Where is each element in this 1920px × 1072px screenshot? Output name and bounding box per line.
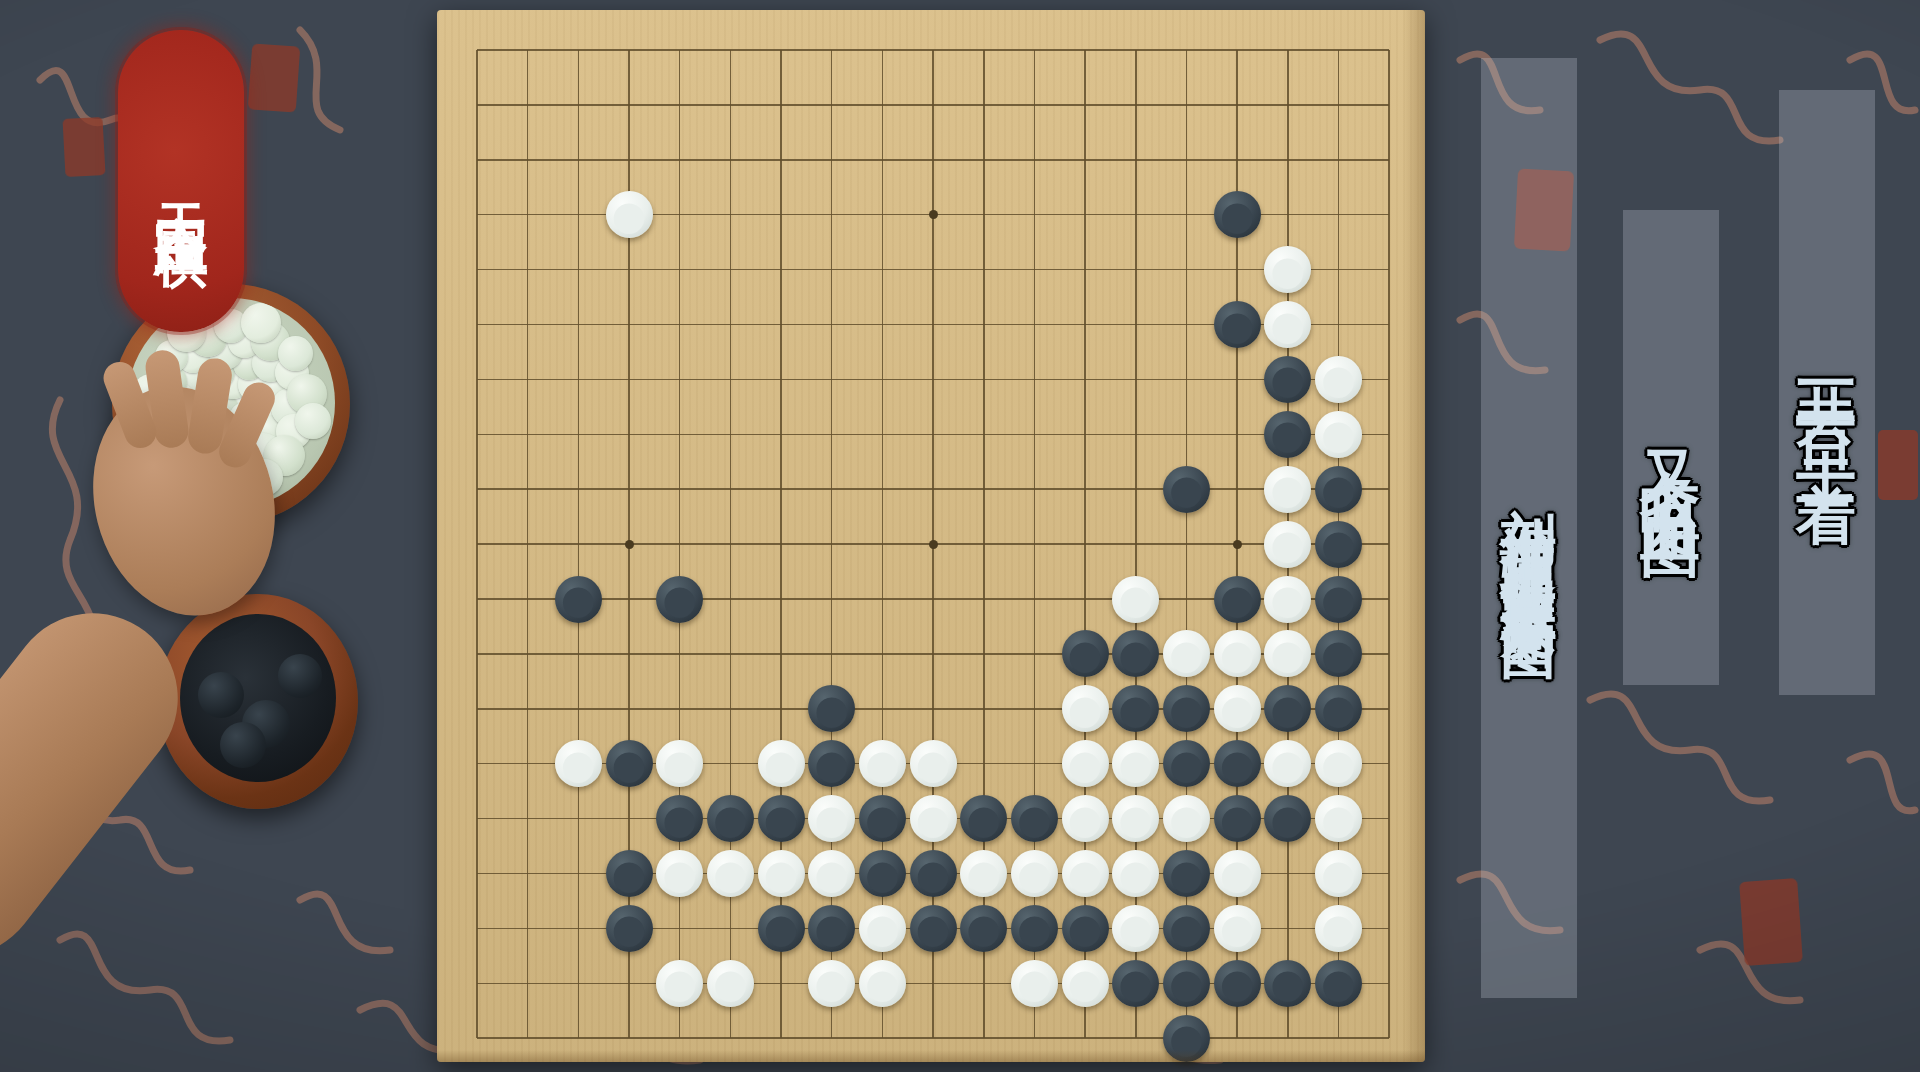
black-bowl-interior — [180, 614, 336, 782]
white-stone: ● — [1264, 576, 1311, 623]
black-stone: ● — [606, 740, 653, 787]
board-grid: ●●●●●●●●●●●●●●●●●●●●●●●●●●●●●●●●●●●●●●●●… — [437, 10, 1425, 1062]
white-stone: ● — [656, 960, 703, 1007]
white-stone: ● — [1112, 850, 1159, 897]
white-stone: ● — [1062, 740, 1109, 787]
bowl-white-stone — [278, 336, 313, 371]
black-stone: ● — [1163, 685, 1210, 732]
white-stone: ● — [1214, 905, 1261, 952]
black-stone: ● — [1163, 740, 1210, 787]
star-point — [625, 540, 634, 549]
white-stone: ● — [808, 960, 855, 1007]
bowl-white-stone — [241, 303, 281, 343]
black-stone: ● — [1315, 466, 1362, 513]
white-stone: ● — [1315, 411, 1362, 458]
black-stone: ● — [555, 576, 602, 623]
white-stone: ● — [1011, 850, 1058, 897]
white-stone: ● — [960, 850, 1007, 897]
black-stone: ● — [1011, 795, 1058, 842]
white-stone: ● — [1264, 521, 1311, 568]
white-stone: ● — [656, 740, 703, 787]
white-stone: ● — [1112, 576, 1159, 623]
white-stone: ● — [1264, 301, 1311, 348]
white-stone: ● — [1163, 630, 1210, 677]
black-stone: ● — [1315, 521, 1362, 568]
white-stone: ● — [707, 850, 754, 897]
black-stone: ● — [758, 905, 805, 952]
white-stone: ● — [1011, 960, 1058, 1007]
white-stone: ● — [1062, 850, 1109, 897]
white-stone: ● — [1315, 356, 1362, 403]
black-stone: ● — [1315, 685, 1362, 732]
black-stone: ● — [808, 905, 855, 952]
black-stone: ● — [1214, 795, 1261, 842]
white-stone: ● — [606, 191, 653, 238]
black-stone: ● — [910, 905, 957, 952]
black-stone: ● — [606, 850, 653, 897]
white-stone: ● — [1264, 246, 1311, 293]
white-stone: ● — [1264, 466, 1311, 513]
black-stone: ● — [656, 795, 703, 842]
white-stone: ● — [859, 740, 906, 787]
black-stone: ● — [1264, 960, 1311, 1007]
caption-bar-move-count: 共一百一十二着 — [1779, 90, 1875, 695]
black-stone: ● — [1163, 1015, 1210, 1062]
white-stone: ● — [859, 960, 906, 1007]
white-stone: ● — [1214, 630, 1261, 677]
white-stone: ● — [859, 905, 906, 952]
white-stone: ● — [1163, 795, 1210, 842]
white-stone: ● — [1214, 850, 1261, 897]
black-stone: ● — [1315, 630, 1362, 677]
brand-seal-text: 天宝围棋 — [154, 161, 208, 201]
star-point — [929, 540, 938, 549]
star-point — [1233, 540, 1242, 549]
white-stone: ● — [910, 795, 957, 842]
black-stone: ● — [1163, 960, 1210, 1007]
black-stone: ● — [859, 795, 906, 842]
white-stone: ● — [1112, 795, 1159, 842]
caption-alt-title: 又名呕血图 — [1641, 403, 1701, 493]
white-stone: ● — [1315, 905, 1362, 952]
white-stone: ● — [1062, 960, 1109, 1007]
bowl-white-stone — [295, 403, 331, 439]
white-stone: ● — [758, 850, 805, 897]
white-stone: ● — [910, 740, 957, 787]
black-stone: ● — [1062, 630, 1109, 677]
star-point — [929, 210, 938, 219]
caption-move-count: 共一百一十二着 — [1797, 337, 1857, 449]
black-stone: ● — [1214, 740, 1261, 787]
black-stone: ● — [1315, 960, 1362, 1007]
black-stone: ● — [1112, 960, 1159, 1007]
black-stone-bowl — [158, 594, 358, 809]
black-stone: ● — [1214, 960, 1261, 1007]
black-stone: ● — [1264, 795, 1311, 842]
go-board: ●●●●●●●●●●●●●●●●●●●●●●●●●●●●●●●●●●●●●●●●… — [437, 10, 1425, 1062]
black-stone: ● — [910, 850, 957, 897]
grid-line-vertical — [1388, 50, 1390, 1038]
black-stone: ● — [1112, 685, 1159, 732]
black-stone: ● — [1264, 685, 1311, 732]
white-stone: ● — [1315, 740, 1362, 787]
black-stone: ● — [606, 905, 653, 952]
black-stone: ● — [1214, 191, 1261, 238]
black-stone: ● — [1315, 576, 1362, 623]
white-stone: ● — [1112, 905, 1159, 952]
caption-main-title: 刘仲甫遇骊山仙女弈棋局面图 — [1501, 463, 1557, 593]
black-stone: ● — [1163, 850, 1210, 897]
white-stone: ● — [1264, 740, 1311, 787]
grid-line-horizontal — [477, 1037, 1389, 1039]
black-stone: ● — [1112, 630, 1159, 677]
white-stone: ● — [1315, 795, 1362, 842]
white-stone: ● — [808, 795, 855, 842]
black-stone: ● — [656, 576, 703, 623]
black-stone: ● — [707, 795, 754, 842]
brand-seal: 天宝围棋 — [118, 30, 244, 332]
white-stone: ● — [555, 740, 602, 787]
white-stone: ● — [1214, 685, 1261, 732]
black-stone: ● — [960, 905, 1007, 952]
white-stone: ● — [808, 850, 855, 897]
black-stone: ● — [1062, 905, 1109, 952]
white-stone: ● — [1062, 685, 1109, 732]
white-stone: ● — [1062, 795, 1109, 842]
black-stone: ● — [1264, 411, 1311, 458]
black-stone: ● — [1264, 356, 1311, 403]
black-stone: ● — [1163, 466, 1210, 513]
black-stone: ● — [808, 685, 855, 732]
caption-bar-alt-title: 又名呕血图 — [1623, 210, 1719, 685]
white-stone: ● — [656, 850, 703, 897]
video-frame: { "game": "go", "board_size": 19, "logo"… — [0, 0, 1920, 1072]
white-stone: ● — [758, 740, 805, 787]
black-stone: ● — [808, 740, 855, 787]
black-stone: ● — [1011, 905, 1058, 952]
black-stone: ● — [1214, 576, 1261, 623]
white-stone: ● — [1315, 850, 1362, 897]
black-stone: ● — [1163, 905, 1210, 952]
white-stone: ● — [1264, 630, 1311, 677]
black-stone: ● — [960, 795, 1007, 842]
white-stone: ● — [707, 960, 754, 1007]
white-stone: ● — [1112, 740, 1159, 787]
black-stone: ● — [1214, 301, 1261, 348]
caption-bar-main-title: 刘仲甫遇骊山仙女弈棋局面图 — [1481, 58, 1577, 998]
black-stone: ● — [859, 850, 906, 897]
black-stone: ● — [758, 795, 805, 842]
